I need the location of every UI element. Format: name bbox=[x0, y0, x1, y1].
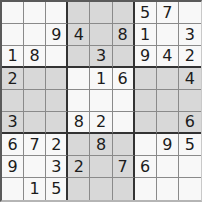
cell-r4c3[interactable] bbox=[46, 68, 68, 90]
cell-r9c4[interactable] bbox=[68, 178, 90, 200]
cell-r2c6[interactable]: 8 bbox=[113, 24, 135, 46]
given-digit: 6 bbox=[118, 71, 128, 87]
given-digit: 3 bbox=[7, 114, 17, 130]
cell-r5c9[interactable] bbox=[179, 90, 201, 112]
cell-r9c7[interactable] bbox=[135, 178, 157, 200]
cell-r7c2[interactable]: 7 bbox=[24, 134, 46, 156]
cell-r9c5[interactable] bbox=[90, 178, 112, 200]
cell-r9c2[interactable]: 1 bbox=[24, 178, 46, 200]
given-digit: 5 bbox=[51, 181, 61, 197]
given-digit: 5 bbox=[140, 5, 150, 21]
cell-r5c5[interactable] bbox=[90, 90, 112, 112]
given-digit: 4 bbox=[162, 48, 172, 64]
given-digit: 9 bbox=[51, 27, 61, 43]
cell-r1c8[interactable]: 7 bbox=[157, 2, 179, 24]
cell-r4c2[interactable] bbox=[24, 68, 46, 90]
given-digit: 7 bbox=[30, 137, 40, 153]
cell-r6c6[interactable] bbox=[113, 112, 135, 134]
cell-r5c1[interactable] bbox=[2, 90, 24, 112]
cell-r1c6[interactable] bbox=[113, 2, 135, 24]
cell-r9c9[interactable] bbox=[179, 178, 201, 200]
cell-r8c4[interactable]: 2 bbox=[68, 156, 90, 178]
given-digit: 4 bbox=[185, 71, 195, 87]
cell-r2c2[interactable] bbox=[24, 24, 46, 46]
given-digit: 3 bbox=[185, 27, 195, 43]
given-digit: 2 bbox=[51, 137, 61, 153]
cell-r6c2[interactable] bbox=[24, 112, 46, 134]
cell-r1c1[interactable] bbox=[2, 2, 24, 24]
given-digit: 6 bbox=[140, 159, 150, 175]
cell-r6c5[interactable]: 2 bbox=[90, 112, 112, 134]
cell-r4c1[interactable]: 2 bbox=[2, 68, 24, 90]
cell-r5c6[interactable] bbox=[113, 90, 135, 112]
given-digit: 3 bbox=[96, 48, 106, 64]
cell-r7c4[interactable] bbox=[68, 134, 90, 156]
given-digit: 7 bbox=[118, 159, 128, 175]
sudoku-board: 5794813183942216438266728959327615 bbox=[0, 0, 202, 202]
given-digit: 9 bbox=[7, 159, 17, 175]
given-digit: 2 bbox=[7, 71, 17, 87]
cell-r7c1[interactable]: 6 bbox=[2, 134, 24, 156]
given-digit: 9 bbox=[140, 48, 150, 64]
given-digit: 1 bbox=[96, 71, 106, 87]
given-digit: 1 bbox=[30, 181, 40, 197]
cell-r3c1[interactable]: 1 bbox=[2, 46, 24, 68]
cell-r6c7[interactable] bbox=[135, 112, 157, 134]
cell-r4c4[interactable] bbox=[68, 68, 90, 90]
given-digit: 2 bbox=[74, 159, 84, 175]
cell-r1c4[interactable] bbox=[68, 2, 90, 24]
given-digit: 9 bbox=[162, 137, 172, 153]
cell-r1c9[interactable] bbox=[179, 2, 201, 24]
cell-r2c5[interactable] bbox=[90, 24, 112, 46]
cell-r5c7[interactable] bbox=[135, 90, 157, 112]
given-digit: 4 bbox=[74, 27, 84, 43]
cell-r3c8[interactable]: 4 bbox=[157, 46, 179, 68]
given-digit: 6 bbox=[7, 137, 17, 153]
cell-r4c9[interactable]: 4 bbox=[179, 68, 201, 90]
cell-r5c3[interactable] bbox=[46, 90, 68, 112]
given-digit: 3 bbox=[51, 159, 61, 175]
cell-r7c9[interactable]: 5 bbox=[179, 134, 201, 156]
given-digit: 5 bbox=[185, 137, 195, 153]
cell-r2c1[interactable] bbox=[2, 24, 24, 46]
cell-r6c8[interactable] bbox=[157, 112, 179, 134]
cell-r9c8[interactable] bbox=[157, 178, 179, 200]
given-digit: 8 bbox=[74, 114, 84, 130]
cell-r8c2[interactable] bbox=[24, 156, 46, 178]
given-digit: 6 bbox=[185, 114, 195, 130]
given-digit: 1 bbox=[140, 27, 150, 43]
cell-r7c3[interactable]: 2 bbox=[46, 134, 68, 156]
cell-r2c9[interactable]: 3 bbox=[179, 24, 201, 46]
cell-r8c5[interactable] bbox=[90, 156, 112, 178]
given-digit: 2 bbox=[96, 114, 106, 130]
cell-r7c7[interactable] bbox=[135, 134, 157, 156]
cell-r8c7[interactable]: 6 bbox=[135, 156, 157, 178]
cell-r6c3[interactable] bbox=[46, 112, 68, 134]
cell-r8c6[interactable]: 7 bbox=[113, 156, 135, 178]
cell-r9c1[interactable] bbox=[2, 178, 24, 200]
given-digit: 7 bbox=[162, 5, 172, 21]
cell-r3c2[interactable]: 8 bbox=[24, 46, 46, 68]
given-digit: 8 bbox=[118, 27, 128, 43]
cell-r3c9[interactable]: 2 bbox=[179, 46, 201, 68]
cell-r3c6[interactable] bbox=[113, 46, 135, 68]
cell-r5c2[interactable] bbox=[24, 90, 46, 112]
cell-r6c1[interactable]: 3 bbox=[2, 112, 24, 134]
cell-r2c7[interactable]: 1 bbox=[135, 24, 157, 46]
cell-r9c6[interactable] bbox=[113, 178, 135, 200]
cell-r5c8[interactable] bbox=[157, 90, 179, 112]
cell-r4c6[interactable]: 6 bbox=[113, 68, 135, 90]
cell-r7c6[interactable] bbox=[113, 134, 135, 156]
cell-r3c4[interactable] bbox=[68, 46, 90, 68]
cell-r8c3[interactable]: 3 bbox=[46, 156, 68, 178]
cell-r2c4[interactable]: 4 bbox=[68, 24, 90, 46]
cell-r1c2[interactable] bbox=[24, 2, 46, 24]
given-digit: 1 bbox=[7, 48, 17, 64]
given-digit: 8 bbox=[30, 48, 40, 64]
cell-r8c8[interactable] bbox=[157, 156, 179, 178]
given-digit: 2 bbox=[185, 48, 195, 64]
cell-r3c7[interactable]: 9 bbox=[135, 46, 157, 68]
cell-r8c1[interactable]: 9 bbox=[2, 156, 24, 178]
cell-r9c3[interactable]: 5 bbox=[46, 178, 68, 200]
cell-r8c9[interactable] bbox=[179, 156, 201, 178]
given-digit: 8 bbox=[96, 137, 106, 153]
cell-r1c3[interactable] bbox=[46, 2, 68, 24]
cell-r5c4[interactable] bbox=[68, 90, 90, 112]
cell-r6c4[interactable]: 8 bbox=[68, 112, 90, 134]
sudoku-app: 5794813183942216438266728959327615 bbox=[0, 0, 202, 202]
cell-r4c8[interactable] bbox=[157, 68, 179, 90]
cell-r3c5[interactable]: 3 bbox=[90, 46, 112, 68]
cell-r3c3[interactable] bbox=[46, 46, 68, 68]
cell-r2c8[interactable] bbox=[157, 24, 179, 46]
cell-r1c5[interactable] bbox=[90, 2, 112, 24]
cell-r2c3[interactable]: 9 bbox=[46, 24, 68, 46]
cell-r7c5[interactable]: 8 bbox=[90, 134, 112, 156]
cell-r6c9[interactable]: 6 bbox=[179, 112, 201, 134]
cell-r4c7[interactable] bbox=[135, 68, 157, 90]
cell-r1c7[interactable]: 5 bbox=[135, 2, 157, 24]
cell-r4c5[interactable]: 1 bbox=[90, 68, 112, 90]
cell-r7c8[interactable]: 9 bbox=[157, 134, 179, 156]
